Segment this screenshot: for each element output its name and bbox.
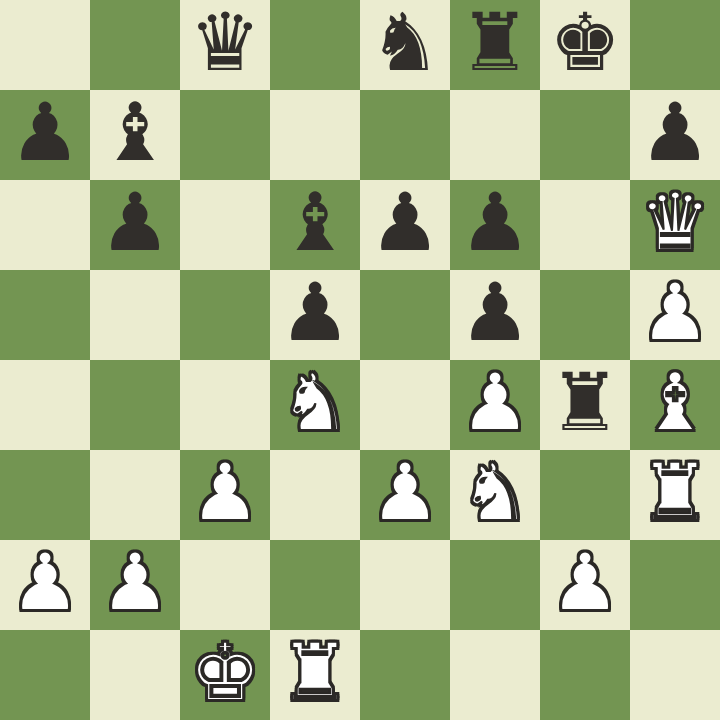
square-e8[interactable]: ♞ [360,0,450,90]
piece-black-pawn[interactable]: ♟ [369,178,441,268]
square-d3[interactable] [270,450,360,540]
square-h8[interactable] [630,0,720,90]
piece-black-queen[interactable]: ♛ [189,0,261,88]
square-f8[interactable]: ♜ [450,0,540,90]
square-a3[interactable] [0,450,90,540]
piece-white-bishop[interactable]: ♝ [639,358,711,448]
square-h4[interactable]: ♝ [630,360,720,450]
square-g1[interactable] [540,630,630,720]
square-f3[interactable]: ♞ [450,450,540,540]
square-c6[interactable] [180,180,270,270]
square-c7[interactable] [180,90,270,180]
piece-black-king[interactable]: ♚ [549,0,621,88]
piece-black-pawn[interactable]: ♟ [639,88,711,178]
square-b6[interactable]: ♟ [90,180,180,270]
square-h7[interactable]: ♟ [630,90,720,180]
square-e7[interactable] [360,90,450,180]
piece-white-pawn[interactable]: ♟ [369,448,441,538]
square-a1[interactable] [0,630,90,720]
piece-white-pawn[interactable]: ♟ [99,538,171,628]
square-f5[interactable]: ♟ [450,270,540,360]
square-d8[interactable] [270,0,360,90]
square-b3[interactable] [90,450,180,540]
square-h1[interactable] [630,630,720,720]
piece-black-pawn[interactable]: ♟ [9,88,81,178]
square-e3[interactable]: ♟ [360,450,450,540]
piece-white-knight[interactable]: ♞ [459,448,531,538]
square-g4[interactable]: ♜ [540,360,630,450]
square-e2[interactable] [360,540,450,630]
square-f2[interactable] [450,540,540,630]
piece-white-queen[interactable]: ♛ [639,178,711,268]
piece-white-pawn[interactable]: ♟ [459,358,531,448]
square-b5[interactable] [90,270,180,360]
square-e1[interactable] [360,630,450,720]
square-a8[interactable] [0,0,90,90]
square-a4[interactable] [0,360,90,450]
square-d5[interactable]: ♟ [270,270,360,360]
square-b7[interactable]: ♝ [90,90,180,180]
square-f4[interactable]: ♟ [450,360,540,450]
square-d2[interactable] [270,540,360,630]
piece-black-bishop[interactable]: ♝ [279,178,351,268]
square-c5[interactable] [180,270,270,360]
square-f1[interactable] [450,630,540,720]
square-h2[interactable] [630,540,720,630]
piece-black-pawn[interactable]: ♟ [279,268,351,358]
square-d4[interactable]: ♞ [270,360,360,450]
square-e5[interactable] [360,270,450,360]
chess-board: ♛♞♜♚♟♝♟♟♝♟♟♛♟♟♟♞♟♜♝♟♟♞♜♟♟♟♚♜ [0,0,720,720]
piece-white-rook[interactable]: ♜ [639,448,711,538]
piece-white-pawn[interactable]: ♟ [9,538,81,628]
square-f6[interactable]: ♟ [450,180,540,270]
square-e6[interactable]: ♟ [360,180,450,270]
square-a7[interactable]: ♟ [0,90,90,180]
square-g3[interactable] [540,450,630,540]
square-g8[interactable]: ♚ [540,0,630,90]
square-g5[interactable] [540,270,630,360]
square-a6[interactable] [0,180,90,270]
square-h6[interactable]: ♛ [630,180,720,270]
square-b2[interactable]: ♟ [90,540,180,630]
piece-white-knight[interactable]: ♞ [279,358,351,448]
square-h3[interactable]: ♜ [630,450,720,540]
piece-white-pawn[interactable]: ♟ [639,268,711,358]
square-b4[interactable] [90,360,180,450]
piece-black-rook[interactable]: ♜ [549,358,621,448]
piece-white-pawn[interactable]: ♟ [549,538,621,628]
square-h5[interactable]: ♟ [630,270,720,360]
square-a2[interactable]: ♟ [0,540,90,630]
piece-black-pawn[interactable]: ♟ [459,268,531,358]
square-c8[interactable]: ♛ [180,0,270,90]
square-d6[interactable]: ♝ [270,180,360,270]
piece-white-king[interactable]: ♚ [189,628,261,718]
piece-black-pawn[interactable]: ♟ [459,178,531,268]
square-g7[interactable] [540,90,630,180]
square-e4[interactable] [360,360,450,450]
piece-black-pawn[interactable]: ♟ [99,178,171,268]
square-g2[interactable]: ♟ [540,540,630,630]
square-d1[interactable]: ♜ [270,630,360,720]
square-a5[interactable] [0,270,90,360]
square-c1[interactable]: ♚ [180,630,270,720]
square-b1[interactable] [90,630,180,720]
square-c3[interactable]: ♟ [180,450,270,540]
square-g6[interactable] [540,180,630,270]
piece-white-pawn[interactable]: ♟ [189,448,261,538]
square-c2[interactable] [180,540,270,630]
square-c4[interactable] [180,360,270,450]
piece-black-bishop[interactable]: ♝ [99,88,171,178]
square-f7[interactable] [450,90,540,180]
piece-white-rook[interactable]: ♜ [279,628,351,718]
square-b8[interactable] [90,0,180,90]
piece-black-rook[interactable]: ♜ [459,0,531,88]
square-d7[interactable] [270,90,360,180]
piece-black-knight[interactable]: ♞ [369,0,441,88]
